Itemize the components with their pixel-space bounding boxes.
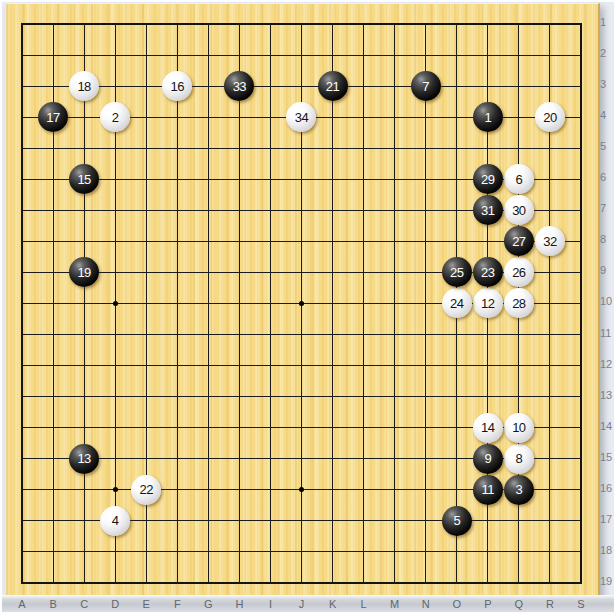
move-number: 33 (233, 80, 246, 93)
stone-white[interactable]: 10 (504, 413, 534, 443)
col-label: B (44, 598, 62, 611)
stone-black[interactable]: 3 (504, 475, 534, 505)
row-label: 3 (600, 77, 614, 91)
col-label: J (292, 598, 310, 611)
move-number: 19 (77, 266, 90, 279)
col-label: Q (510, 598, 528, 611)
col-label: P (479, 598, 497, 611)
move-number: 5 (453, 514, 460, 527)
move-number: 4 (112, 514, 119, 527)
col-label: D (106, 598, 124, 611)
move-number: 8 (516, 452, 523, 465)
row-label: 11 (600, 326, 614, 340)
move-number: 28 (512, 297, 525, 310)
stone-white[interactable]: 14 (473, 413, 503, 443)
move-number: 32 (543, 235, 556, 248)
row-label: 4 (600, 108, 614, 122)
window-edge-left (0, 0, 2, 612)
col-label: A (13, 598, 31, 611)
col-label: L (355, 598, 373, 611)
move-number: 14 (481, 421, 494, 434)
stone-black[interactable]: 29 (473, 164, 503, 194)
col-label: G (199, 598, 217, 611)
stone-black[interactable]: 13 (69, 444, 99, 474)
row-label: 12 (600, 357, 614, 371)
move-number: 3 (516, 483, 523, 496)
stone-black[interactable]: 9 (473, 444, 503, 474)
move-number: 21 (326, 80, 339, 93)
move-number: 13 (77, 452, 90, 465)
col-label: E (137, 598, 155, 611)
col-label: K (324, 598, 342, 611)
stone-black[interactable]: 17 (38, 102, 68, 132)
row-label: 19 (600, 574, 614, 588)
move-number: 34 (295, 111, 308, 124)
col-label: M (386, 598, 404, 611)
stone-black[interactable]: 5 (442, 506, 472, 536)
stone-black[interactable]: 21 (318, 71, 348, 101)
move-number: 11 (482, 483, 495, 496)
move-number: 2 (112, 111, 119, 124)
move-number: 22 (139, 483, 152, 496)
move-number: 16 (171, 80, 184, 93)
stone-white[interactable]: 30 (504, 195, 534, 225)
row-label: 2 (600, 46, 614, 60)
stone-white[interactable]: 8 (504, 444, 534, 474)
move-number: 7 (422, 80, 429, 93)
move-number: 12 (481, 297, 494, 310)
move-number: 18 (77, 80, 90, 93)
col-label: N (417, 598, 435, 611)
col-label: S (572, 598, 590, 611)
row-label: 14 (600, 419, 614, 433)
stone-black[interactable]: 7 (411, 71, 441, 101)
stone-black[interactable]: 31 (473, 195, 503, 225)
row-label: 6 (600, 170, 614, 184)
move-number: 20 (543, 111, 556, 124)
stone-white[interactable]: 22 (131, 475, 161, 505)
window-edge-top (0, 0, 614, 2)
col-label: H (230, 598, 248, 611)
move-number: 1 (484, 111, 491, 124)
move-number: 31 (481, 204, 494, 217)
move-number: 10 (512, 421, 525, 434)
stone-white[interactable]: 6 (504, 164, 534, 194)
col-label: C (75, 598, 93, 611)
go-board-window: 1234567891011121314151617181920212223242… (0, 0, 614, 612)
row-label: 8 (600, 232, 614, 246)
col-label: I (261, 598, 279, 611)
col-label: F (168, 598, 186, 611)
row-label: 1 (600, 15, 614, 29)
col-label: O (448, 598, 466, 611)
col-label: R (541, 598, 559, 611)
stone-black[interactable]: 1 (473, 102, 503, 132)
row-label: 7 (600, 201, 614, 215)
row-label: 16 (600, 481, 614, 495)
row-label: 10 (600, 294, 614, 308)
move-number: 25 (450, 266, 463, 279)
move-number: 27 (512, 235, 525, 248)
row-label: 5 (600, 139, 614, 153)
stone-black[interactable]: 11 (473, 475, 503, 505)
move-number: 29 (481, 173, 494, 186)
move-number: 17 (46, 111, 59, 124)
column-labels-strip: ABCDEFGHIJKLMNOPQRS (0, 595, 614, 612)
move-number: 15 (77, 173, 90, 186)
row-label: 13 (600, 388, 614, 402)
move-number: 9 (484, 452, 491, 465)
stone-white[interactable]: 4 (100, 506, 130, 536)
move-number: 30 (512, 204, 525, 217)
row-label: 18 (600, 543, 614, 557)
move-number: 23 (481, 266, 494, 279)
move-number: 26 (512, 266, 525, 279)
stone-white[interactable]: 20 (535, 102, 565, 132)
row-label: 9 (600, 263, 614, 277)
row-label: 15 (600, 450, 614, 464)
move-number: 24 (450, 297, 463, 310)
move-number: 6 (516, 173, 523, 186)
row-label: 17 (600, 512, 614, 526)
